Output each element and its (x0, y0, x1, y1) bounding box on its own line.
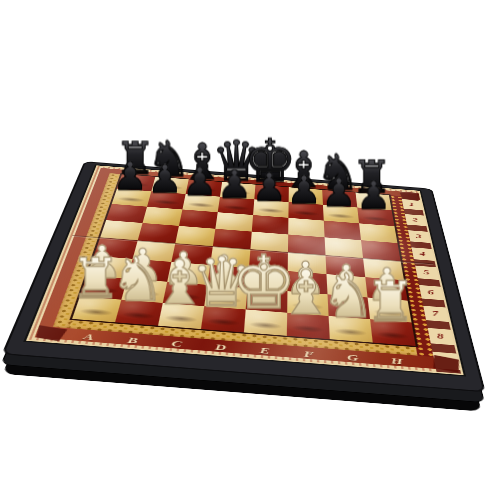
chess-board: ABCDEFGH 12345678 ♜♞♝♛♚♝♞♜♟♟♟♟♟♟♟♟♟♟♟♟♟♟… (23, 165, 466, 377)
piece-shadow (362, 215, 390, 222)
piece-white-rook: ♜ (351, 274, 429, 330)
piece-shadow (222, 204, 250, 211)
piece-shadow (257, 207, 285, 214)
piece-shadow (326, 197, 353, 203)
piece-shadow (224, 189, 251, 195)
piece-shadow (258, 192, 285, 198)
piece-shadow (117, 196, 146, 203)
piece-shadow (156, 184, 184, 190)
piece-glyph-rook: ♜ (351, 274, 429, 330)
piece-shadow (122, 181, 150, 187)
piece-shadow (152, 199, 181, 206)
piece-shadow (190, 187, 218, 193)
piece-shadow (327, 213, 355, 220)
piece-shadow (187, 202, 215, 209)
piece-shadow (360, 200, 387, 206)
piece-shadow (292, 195, 319, 201)
scene: ABCDEFGH 12345678 ♜♞♝♛♚♝♞♜♟♟♟♟♟♟♟♟♟♟♟♟♟♟… (0, 0, 500, 500)
product-photo-canvas: ABCDEFGH 12345678 ♜♞♝♛♚♝♞♜♟♟♟♟♟♟♟♟♟♟♟♟♟♟… (0, 0, 500, 500)
piece-shadow (292, 210, 320, 217)
